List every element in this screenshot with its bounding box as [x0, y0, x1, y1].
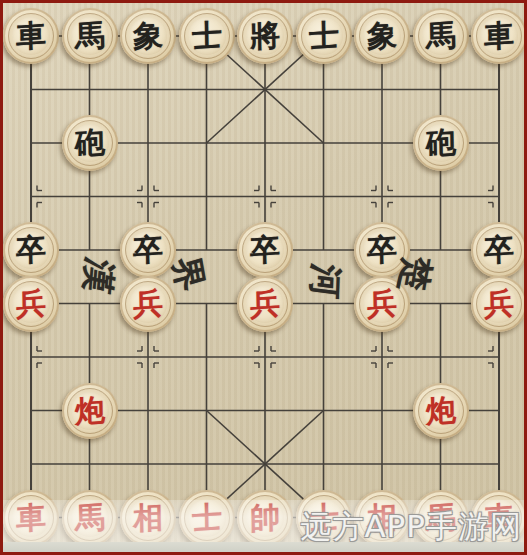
- piece-black-advisor[interactable]: 士: [179, 8, 235, 64]
- piece-character: 炮: [425, 381, 456, 439]
- piece-character: 兵: [16, 274, 47, 332]
- piece-character: 卒: [484, 221, 515, 279]
- piece-character: 將: [250, 7, 281, 65]
- piece-black-horse[interactable]: 馬: [62, 8, 118, 64]
- piece-character: 兵: [250, 274, 281, 332]
- piece-black-chariot[interactable]: 車: [471, 8, 527, 64]
- piece-red-soldier[interactable]: 兵: [3, 276, 59, 332]
- piece-character: 兵: [484, 274, 515, 332]
- piece-character: 馬: [74, 7, 105, 65]
- piece-black-soldier[interactable]: 卒: [3, 222, 59, 278]
- piece-red-soldier[interactable]: 兵: [237, 276, 293, 332]
- piece-character: 馬: [425, 7, 456, 65]
- piece-character: 卒: [133, 221, 164, 279]
- piece-character: 兵: [133, 274, 164, 332]
- piece-character: 車: [484, 7, 515, 65]
- piece-black-elephant[interactable]: 象: [354, 8, 410, 64]
- piece-black-cannon[interactable]: 砲: [62, 115, 118, 171]
- piece-character: 象: [367, 7, 398, 65]
- piece-character: 炮: [74, 381, 105, 439]
- piece-character: 象: [133, 7, 164, 65]
- piece-character: 砲: [425, 114, 456, 172]
- piece-black-elephant[interactable]: 象: [120, 8, 176, 64]
- piece-black-horse[interactable]: 馬: [413, 8, 469, 64]
- piece-black-advisor[interactable]: 士: [296, 8, 352, 64]
- watermark-text: 远方APP手游网: [300, 506, 522, 548]
- piece-red-cannon[interactable]: 炮: [62, 383, 118, 439]
- piece-character: 車: [16, 7, 47, 65]
- river-character: 河: [301, 261, 348, 301]
- river-character: 楚: [389, 256, 441, 291]
- piece-black-general[interactable]: 將: [237, 8, 293, 64]
- piece-red-cannon[interactable]: 炮: [413, 383, 469, 439]
- piece-red-soldier[interactable]: 兵: [471, 276, 527, 332]
- piece-character: 士: [308, 7, 339, 65]
- piece-black-cannon[interactable]: 砲: [413, 115, 469, 171]
- xiangqi-board-photo: 車馬象士將士象馬車砲砲卒卒卒卒卒兵兵兵兵兵炮炮車馬相士帥士相馬車 漢界河楚 远方…: [0, 0, 527, 555]
- piece-black-soldier[interactable]: 卒: [237, 222, 293, 278]
- piece-black-soldier[interactable]: 卒: [471, 222, 527, 278]
- piece-character: 士: [191, 7, 222, 65]
- piece-character: 卒: [250, 221, 281, 279]
- piece-character: 卒: [16, 221, 47, 279]
- piece-black-chariot[interactable]: 車: [3, 8, 59, 64]
- piece-character: 砲: [74, 114, 105, 172]
